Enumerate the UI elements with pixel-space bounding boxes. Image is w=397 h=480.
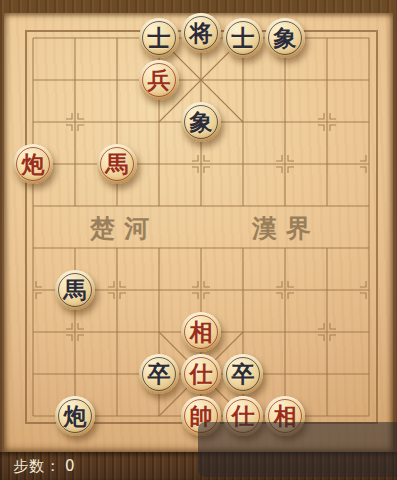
steps-label: 步数： — [13, 457, 61, 475]
piece-red-相[interactable]: 相 — [181, 312, 221, 352]
piece-glyph: 卒 — [148, 362, 171, 385]
piece-glyph: 仕 — [190, 362, 213, 385]
xiangqi-board[interactable]: 楚河 漢界 士将士象兵象炮馬馬相卒仕卒炮帥仕相 — [4, 13, 393, 452]
piece-glyph: 炮 — [22, 152, 45, 175]
pieces-grid: 士将士象兵象炮馬馬相卒仕卒炮帥仕相 — [12, 17, 390, 437]
piece-glyph: 炮 — [64, 404, 87, 427]
piece-red-馬[interactable]: 馬 — [97, 144, 137, 184]
piece-glyph: 象 — [274, 26, 297, 49]
piece-red-兵[interactable]: 兵 — [139, 60, 179, 100]
piece-black-士[interactable]: 士 — [223, 18, 263, 58]
piece-black-卒[interactable]: 卒 — [139, 354, 179, 394]
piece-black-将[interactable]: 将 — [181, 13, 221, 53]
piece-glyph: 馬 — [106, 152, 129, 175]
piece-glyph: 士 — [232, 26, 255, 49]
piece-glyph: 兵 — [148, 68, 171, 91]
piece-glyph: 象 — [190, 110, 213, 133]
piece-black-卒[interactable]: 卒 — [223, 354, 263, 394]
game-screen: 楚河 漢界 士将士象兵象炮馬馬相卒仕卒炮帥仕相 步数：0 — [0, 0, 397, 480]
steps-value: 0 — [65, 457, 76, 475]
dim-overlay — [198, 422, 397, 477]
piece-glyph: 馬 — [64, 278, 87, 301]
piece-glyph: 将 — [190, 21, 213, 44]
piece-black-象[interactable]: 象 — [265, 18, 305, 58]
piece-glyph: 相 — [190, 320, 213, 343]
piece-glyph: 士 — [148, 26, 171, 49]
piece-red-仕[interactable]: 仕 — [181, 354, 221, 394]
piece-black-象[interactable]: 象 — [181, 102, 221, 142]
piece-red-炮[interactable]: 炮 — [13, 144, 53, 184]
piece-glyph: 卒 — [232, 362, 255, 385]
piece-black-士[interactable]: 士 — [139, 18, 179, 58]
piece-black-馬[interactable]: 馬 — [55, 270, 95, 310]
piece-black-炮[interactable]: 炮 — [55, 396, 95, 436]
step-counter: 步数：0 — [13, 457, 76, 476]
